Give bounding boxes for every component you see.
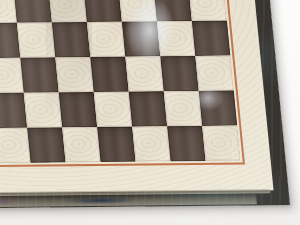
square-c4: [17, 22, 55, 57]
square-g5: [153, 0, 191, 21]
squares-grid: [0, 0, 241, 163]
square-f3: [125, 56, 163, 91]
square-e2: [94, 92, 132, 127]
square-e4: [87, 22, 125, 57]
square-c1: [27, 127, 65, 162]
square-c3: [20, 57, 58, 92]
square-d1: [62, 127, 100, 162]
square-g3: [160, 56, 198, 91]
square-f5: [118, 0, 156, 22]
square-g4: [157, 21, 195, 56]
square-d2: [59, 92, 97, 127]
square-e3: [90, 57, 128, 92]
square-g1: [167, 126, 205, 161]
chessboard-photo: [0, 0, 300, 225]
square-h1: [202, 126, 240, 161]
square-f1: [132, 126, 170, 161]
square-c5: [13, 0, 51, 23]
square-e1: [97, 127, 135, 162]
square-e5: [83, 0, 121, 22]
square-f2: [129, 91, 167, 126]
square-h5: [188, 0, 226, 21]
photo-scene: [0, 0, 300, 225]
square-b1: [0, 128, 31, 163]
square-b2: [0, 93, 27, 128]
square-c2: [24, 92, 62, 127]
square-g2: [164, 91, 202, 126]
square-d4: [52, 22, 90, 57]
square-h2: [199, 91, 237, 126]
chessboard: [0, 0, 290, 209]
square-f4: [122, 21, 160, 56]
square-d3: [55, 57, 93, 92]
square-h4: [192, 21, 230, 56]
square-d5: [48, 0, 86, 22]
square-h3: [195, 56, 233, 91]
